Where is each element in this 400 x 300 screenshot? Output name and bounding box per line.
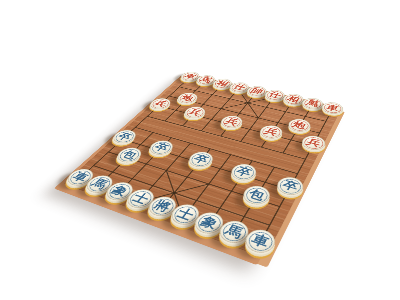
piece-glyph-blue-horse: 馬 [223,223,245,240]
piece-glyph-red-soldier: 兵 [153,99,169,107]
piece-glyph-blue-advisor: 士 [130,191,151,205]
piece-red-soldier[interactable]: 兵 [147,97,174,111]
piece-blue-soldier[interactable]: 卒 [146,138,177,157]
piece-glyph-red-advisor: 仕 [268,91,283,99]
piece-glyph-blue-chariot: 車 [249,232,271,250]
piece-red-cannon[interactable]: 炮 [285,117,313,134]
piece-glyph-blue-soldier: 卒 [116,131,134,141]
piece-glyph-red-elephant: 相 [215,80,229,87]
piece-glyph-blue-cannon: 包 [120,149,139,160]
piece-red-soldier[interactable]: 兵 [257,123,286,140]
piece-blue-soldier[interactable]: 卒 [109,128,140,145]
xiangqi-board: 車馬相仕帥仕相馬車炮炮兵兵兵兵兵卒卒卒卒卒包包車馬象士將士象馬車 [63,73,342,258]
piece-glyph-red-soldier: 兵 [187,108,203,117]
piece-glyph-red-cannon: 炮 [180,94,195,102]
piece-glyph-blue-elephant: 象 [199,215,221,231]
piece-glyph-blue-cannon: 包 [247,188,267,202]
piece-glyph-red-horse: 馬 [199,76,213,83]
piece-red-soldier[interactable]: 兵 [299,134,328,152]
piece-blue-cannon[interactable]: 包 [113,145,146,164]
piece-glyph-red-general: 帥 [250,87,265,95]
piece-blue-soldier[interactable]: 卒 [227,162,259,184]
piece-glyph-red-soldier: 兵 [224,117,240,126]
piece-red-soldier[interactable]: 兵 [218,114,246,130]
piece-red-soldier[interactable]: 兵 [181,105,209,120]
piece-glyph-blue-soldier: 卒 [235,166,254,178]
piece-glyph-red-cannon: 炮 [291,120,307,130]
piece-glyph-blue-elephant: 象 [110,184,131,198]
piece-glyph-red-soldier: 兵 [263,127,280,137]
render-scene: 車馬相仕帥仕相馬車炮炮兵兵兵兵兵卒卒卒卒卒包包車馬象士將士象馬車 [0,0,400,300]
piece-blue-cannon[interactable]: 包 [239,183,273,207]
piece-glyph-red-horse: 馬 [305,99,320,107]
board-grid: 車馬相仕帥仕相馬車炮炮兵兵兵兵兵卒卒卒卒卒包包車馬象士將士象馬車 [60,72,345,261]
piece-glyph-red-elephant: 相 [286,95,301,103]
piece-glyph-blue-soldier: 卒 [192,153,210,165]
piece-glyph-red-soldier: 兵 [305,137,322,148]
piece-glyph-blue-general: 將 [152,199,173,214]
piece-glyph-red-advisor: 仕 [232,83,247,90]
piece-blue-soldier[interactable]: 卒 [274,175,307,198]
piece-glyph-blue-advisor: 士 [175,206,196,221]
piece-glyph-red-chariot: 車 [325,104,340,113]
piece-blue-soldier[interactable]: 卒 [185,150,217,170]
piece-glyph-blue-soldier: 卒 [281,179,300,192]
piece-red-chariot[interactable]: 車 [319,101,345,116]
piece-red-cannon[interactable]: 炮 [174,91,201,105]
piece-glyph-blue-soldier: 卒 [152,142,170,153]
piece-glyph-red-chariot: 車 [183,73,197,80]
